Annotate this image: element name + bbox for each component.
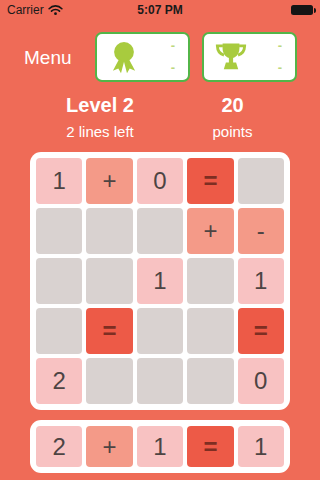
board-tile-1[interactable]: 1 bbox=[137, 258, 183, 304]
medal-icon bbox=[106, 39, 142, 75]
board-empty-cell[interactable] bbox=[86, 208, 132, 254]
scoreboard: Level 2 2 lines left 20 points bbox=[0, 94, 320, 144]
board-tile-plus[interactable]: + bbox=[86, 158, 132, 204]
medal-values: - - bbox=[171, 41, 175, 73]
tray-tile-1[interactable]: 1 bbox=[238, 426, 284, 467]
puzzle-board: 1+0=+-11==20 bbox=[30, 152, 290, 410]
lines-left-label: 2 lines left bbox=[25, 123, 175, 140]
board-tile-minus[interactable]: - bbox=[238, 208, 284, 254]
board-empty-cell[interactable] bbox=[137, 358, 183, 404]
board-empty-cell[interactable] bbox=[36, 258, 82, 304]
board-empty-cell[interactable] bbox=[86, 358, 132, 404]
trophy-icon bbox=[213, 39, 249, 75]
medal-top-value: - bbox=[171, 41, 175, 51]
board-tile-equals[interactable]: = bbox=[86, 308, 132, 354]
board-empty-cell[interactable] bbox=[36, 308, 82, 354]
board-tile-0[interactable]: 0 bbox=[137, 158, 183, 204]
points-value: 20 bbox=[165, 94, 300, 117]
board-empty-cell[interactable] bbox=[187, 258, 233, 304]
app-screen: Carrier 5:07 PM Menu - - bbox=[0, 0, 320, 480]
board-empty-cell[interactable] bbox=[238, 158, 284, 204]
trophies-box[interactable]: - - bbox=[202, 32, 297, 82]
board-empty-cell[interactable] bbox=[137, 208, 183, 254]
board-tile-0[interactable]: 0 bbox=[238, 358, 284, 404]
board-empty-cell[interactable] bbox=[137, 308, 183, 354]
menu-button[interactable]: Menu bbox=[24, 45, 72, 71]
trophy-values: - - bbox=[278, 41, 282, 73]
status-bar: Carrier 5:07 PM bbox=[0, 0, 320, 20]
clock: 5:07 PM bbox=[0, 3, 320, 17]
board-tile-2[interactable]: 2 bbox=[36, 358, 82, 404]
trophy-bottom-value: - bbox=[278, 63, 282, 73]
tray-tile-equals[interactable]: = bbox=[187, 426, 233, 467]
board-tile-equals[interactable]: = bbox=[238, 308, 284, 354]
board-tile-plus[interactable]: + bbox=[187, 208, 233, 254]
tray-tile-1[interactable]: 1 bbox=[137, 426, 183, 467]
points-label: points bbox=[165, 123, 300, 140]
medal-bottom-value: - bbox=[171, 63, 175, 73]
tray-tile-plus[interactable]: + bbox=[86, 426, 132, 467]
board-empty-cell[interactable] bbox=[187, 358, 233, 404]
battery-icon bbox=[291, 5, 313, 15]
tray-tile-2[interactable]: 2 bbox=[36, 426, 82, 467]
board-tile-1[interactable]: 1 bbox=[36, 158, 82, 204]
board-tile-1[interactable]: 1 bbox=[238, 258, 284, 304]
board-empty-cell[interactable] bbox=[187, 308, 233, 354]
level-label: Level 2 bbox=[25, 94, 175, 117]
trophy-top-value: - bbox=[278, 41, 282, 51]
tile-tray: 2+1=1 bbox=[30, 420, 290, 473]
board-empty-cell[interactable] bbox=[36, 208, 82, 254]
board-empty-cell[interactable] bbox=[86, 258, 132, 304]
board-tile-equals[interactable]: = bbox=[187, 158, 233, 204]
medals-box[interactable]: - - bbox=[95, 32, 190, 82]
